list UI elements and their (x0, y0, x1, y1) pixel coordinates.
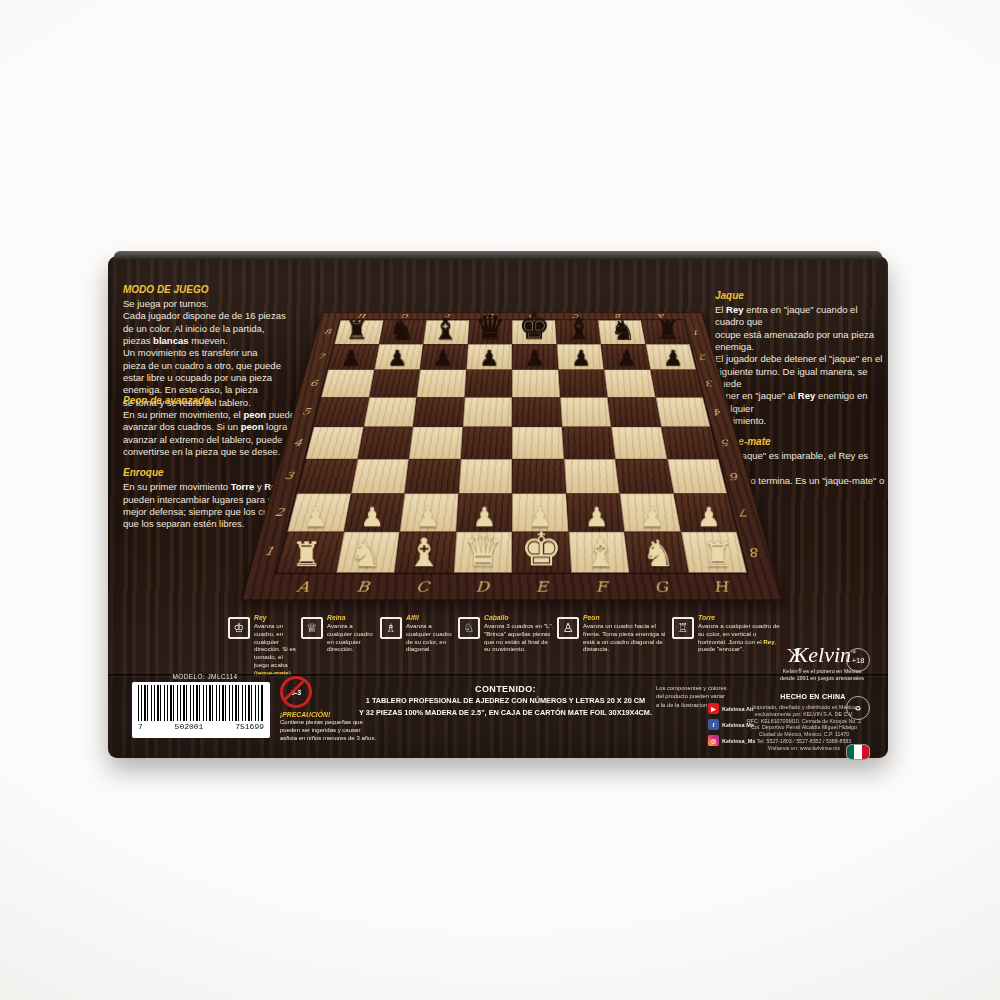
black-pawn: ♟ (512, 347, 558, 369)
social-facebook: fKelvinsa Mx (708, 719, 778, 730)
square-g6 (604, 370, 655, 398)
peon-heading: Peon de avanzado (123, 394, 319, 407)
square-f3 (564, 459, 620, 494)
square-h4 (661, 427, 719, 459)
jaque-mate-heading: Jaque-mate (715, 435, 887, 448)
square-g7: ♟ (601, 344, 650, 370)
contents-block: CONTENIDO: 1 TABLERO PROFESIONAL DE AJED… (333, 684, 678, 720)
square-a6 (321, 370, 374, 398)
white-queen: ♛ (453, 527, 512, 572)
white-pawn: ♟ (680, 504, 736, 531)
logo-mark-k1: K (788, 647, 800, 665)
square-c7: ♟ (420, 344, 468, 370)
square-d8: ♛ (468, 320, 512, 344)
social-handle: Kelvinsa_Mx (722, 738, 755, 744)
square-c4 (409, 427, 463, 459)
square-b6 (369, 370, 420, 398)
barcode-digits-mid: 502001 (175, 722, 204, 731)
jaque-heading: Jaque (715, 289, 887, 302)
rey-move-icon: ♔ (228, 617, 250, 639)
black-pawn: ♟ (604, 347, 650, 369)
square-e4 (512, 427, 564, 459)
square-c6 (417, 370, 466, 398)
square-c2: ♟ (400, 494, 459, 532)
square-f7: ♟ (556, 344, 604, 370)
square-a2: ♟ (287, 494, 350, 532)
black-pawn: ♟ (466, 347, 512, 369)
file-label-b: B (331, 574, 395, 601)
black-rook: ♜ (645, 318, 689, 344)
square-d1: ♛ (453, 531, 512, 572)
contents-heading: CONTENIDO: (333, 684, 678, 694)
age-0-3-prohibition-icon: 0-3 (280, 676, 312, 708)
black-pawn: ♟ (650, 347, 696, 369)
legend-title: Reina (327, 614, 378, 621)
square-b1: ♞ (336, 531, 400, 572)
social-media-list: ▶Kelvinsa AirfKelvinsa Mx◎Kelvinsa_Mx (708, 703, 778, 746)
square-c3 (404, 459, 460, 494)
legend-title: Caballo (484, 614, 555, 621)
barcode-digit-left: 7 (138, 722, 143, 731)
square-b7: ♟ (374, 344, 423, 370)
square-f5 (560, 397, 611, 427)
legend-rey: ♔ReyAvanza un cuadro, en cualquier direc… (228, 614, 298, 676)
board-grid: ♜♞♝♛♚♝♞♜♟♟♟♟♟♟♟♟♟♟♟♟♟♟♟♟♜♞♝♛♚♝♞♜ (277, 320, 747, 573)
recycle-tidyman-icon: ♻ (846, 696, 870, 720)
square-f6 (558, 370, 607, 398)
white-rook: ♜ (688, 538, 747, 572)
square-f8: ♝ (555, 320, 601, 344)
square-b3 (351, 459, 409, 494)
white-bishop: ♝ (571, 533, 630, 572)
square-a3 (297, 459, 357, 494)
black-pawn: ♟ (374, 347, 420, 369)
legend-title: Alfil (406, 614, 456, 621)
modo-body: Se juega por turnos.Cada jugador dispone… (123, 298, 319, 409)
black-pawn: ♟ (558, 347, 604, 369)
square-g1: ♞ (624, 531, 688, 572)
square-f2: ♟ (566, 494, 625, 532)
square-h6 (650, 370, 703, 398)
square-c5 (413, 397, 464, 427)
square-h3 (667, 459, 727, 494)
file-label-t-g: G (383, 313, 427, 320)
file-label-t-h: H (341, 313, 385, 320)
file-labels-top: HGFEDCBA (341, 313, 684, 320)
white-pawn: ♟ (288, 504, 344, 531)
square-c1: ♝ (395, 531, 456, 572)
legend-text: Avanza 3 cuadros en "L". "Brinca" aquell… (484, 622, 555, 653)
social-youtube: ▶Kelvinsa Air (708, 703, 778, 714)
barcode: 7 502001 751699 (132, 682, 270, 738)
white-knight: ♞ (629, 535, 688, 572)
legend-caballo: ♘CaballoAvanza 3 cuadros en "L". "Brinca… (458, 614, 555, 653)
square-e3 (512, 459, 566, 494)
square-d5 (462, 397, 512, 427)
reina-move-icon: ♕ (301, 617, 323, 639)
barcode-digits-right: 751699 (235, 722, 264, 731)
file-label-f: F (571, 574, 633, 601)
square-c8: ♝ (423, 320, 469, 344)
file-label-a: A (270, 574, 335, 601)
file-label-t-a: A (639, 313, 683, 320)
contents-line-1: 1 TABLERO PROFESIONAL DE AJEDREZ CON NÚM… (333, 696, 678, 706)
barcode-digits: 7 502001 751699 (138, 722, 264, 731)
square-b4 (357, 427, 413, 459)
file-label-e: E (512, 574, 572, 601)
square-d3 (458, 459, 512, 494)
square-b8: ♞ (379, 320, 426, 344)
square-e5 (512, 397, 562, 427)
square-g3 (615, 459, 673, 494)
square-d4 (460, 427, 512, 459)
white-pawn: ♟ (400, 504, 456, 531)
badge-column: +18 ♻ (845, 648, 871, 760)
black-knight: ♞ (379, 316, 423, 344)
white-knight: ♞ (336, 535, 395, 572)
chess-box-back: MODO DE JUEGO Se juega por turnos.Cada j… (108, 256, 888, 758)
square-e7: ♟ (512, 344, 558, 370)
alfil-move-icon: ♗ (380, 617, 402, 639)
black-pawn: ♟ (420, 347, 466, 369)
square-h7: ♟ (645, 344, 696, 370)
file-label-g: G (630, 574, 694, 601)
square-a8: ♜ (334, 320, 383, 344)
facebook-icon: f (708, 719, 719, 730)
square-g4 (611, 427, 667, 459)
legend-text: Avanza un cuadro, en cualquier dirección… (254, 622, 298, 676)
caballo-move-icon: ♘ (458, 617, 480, 639)
model-number: MODELO: JMLC114 (140, 673, 270, 680)
white-rook: ♜ (277, 538, 336, 572)
barcode-bars (138, 685, 264, 721)
legend-title: Torre (698, 614, 784, 621)
legend-peon: ♙PeonAvanza un cuadro hacia el frente. T… (557, 614, 669, 653)
warn-icon-label: 0-3 (291, 689, 301, 696)
square-h2: ♟ (673, 494, 736, 532)
square-e6 (512, 370, 560, 398)
legend-alfil: ♗AlfilAvanza a cualquier cuadro de su co… (380, 614, 456, 653)
white-pawn: ♟ (568, 504, 624, 531)
square-a7: ♟ (328, 344, 379, 370)
square-e8: ♚ (512, 320, 556, 344)
social-handle: Kelvinsa Mx (722, 722, 754, 728)
board-frame: 87654321 12345678 HGFEDCBA ABCDEFGH ♜♞♝♛… (240, 313, 784, 601)
torre-move-icon: ♖ (672, 617, 694, 639)
social-handle: Kelvinsa Air (722, 706, 754, 712)
white-pawn: ♟ (344, 504, 400, 531)
warning-body: Contiene piezas pequeñas quepueden ser i… (280, 719, 408, 742)
square-h5 (655, 397, 710, 427)
product-photo: MODO DE JUEGO Se juega por turnos.Cada j… (0, 0, 1000, 1000)
legend-text: Avanza a cualquier cuadro en cualquier d… (327, 622, 378, 653)
white-king: ♚ (512, 525, 571, 572)
modo-heading: MODO DE JUEGO (123, 283, 319, 296)
age-18-label: +18 (852, 656, 865, 665)
legend-title: Rey (254, 614, 298, 621)
age-18-badge: +18 (846, 648, 870, 672)
peon-move-icon: ♙ (557, 617, 579, 639)
contents-line-2: Y 32 PIEZAS 100% MADERA DE 2.5", EN CAJA… (333, 708, 678, 718)
file-labels-bottom: ABCDEFGH (270, 574, 754, 601)
legend-reina: ♕ReinaAvanza a cualquier cuadro en cualq… (301, 614, 378, 653)
square-h8: ♜ (641, 320, 690, 344)
chess-board: 87654321 12345678 HGFEDCBA ABCDEFGH ♜♞♝♛… (240, 313, 784, 601)
social-instagram: ◎Kelvinsa_Mx (708, 735, 778, 746)
legend-text: Avanza un cuadro hacia el frente. Toma p… (583, 622, 669, 653)
black-rook: ♜ (335, 318, 379, 344)
square-b5 (363, 397, 416, 427)
white-bishop: ♝ (395, 533, 454, 572)
square-g8: ♞ (598, 320, 645, 344)
square-d7: ♟ (466, 344, 512, 370)
youtube-icon: ▶ (708, 703, 719, 714)
black-knight: ♞ (601, 316, 645, 344)
file-label-t-b: B (597, 313, 641, 320)
file-label-c: C (391, 574, 453, 601)
file-label-t-d: D (512, 313, 555, 320)
white-pawn: ♟ (624, 504, 680, 531)
instagram-icon: ◎ (708, 735, 719, 746)
black-pawn: ♟ (328, 347, 374, 369)
file-label-t-e: E (469, 313, 512, 320)
legend-text: Avanza a cualquier cuadro de su color, e… (406, 622, 456, 653)
square-a1: ♜ (277, 531, 343, 572)
square-a4 (306, 427, 364, 459)
square-g5 (607, 397, 660, 427)
file-label-h: H (688, 574, 753, 601)
square-d6 (464, 370, 512, 398)
square-f4 (562, 427, 616, 459)
square-e1: ♚ (512, 531, 571, 572)
square-f1: ♝ (568, 531, 629, 572)
file-label-t-c: C (554, 313, 597, 320)
file-label-d: D (452, 574, 512, 601)
square-g2: ♟ (620, 494, 681, 532)
mexico-flag-icon (846, 744, 870, 760)
square-h1: ♜ (680, 531, 746, 572)
square-a5 (314, 397, 369, 427)
jaque-body: El Rey entra en "jaque" cuando el cuadro… (715, 304, 887, 427)
legend-title: Peon (583, 614, 669, 621)
file-label-t-f: F (426, 313, 469, 320)
square-b2: ♟ (344, 494, 405, 532)
